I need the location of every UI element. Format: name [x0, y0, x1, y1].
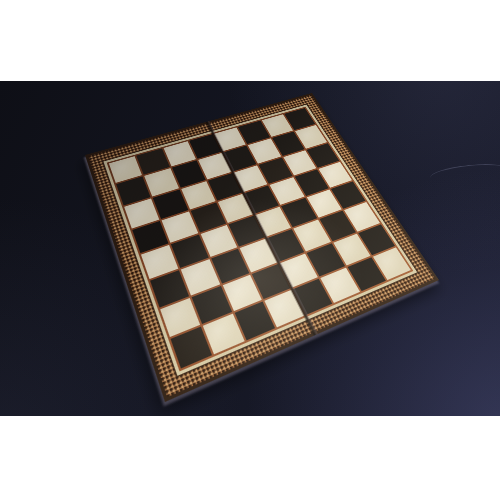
board-perspective-wrapper [85, 93, 439, 402]
photo-of-folding-chessboard [0, 81, 500, 416]
screenshot [0, 0, 500, 500]
board-woven-border [88, 95, 435, 397]
chessboard [85, 93, 439, 402]
board-cream-trim [102, 104, 418, 377]
board-playing-field [107, 107, 414, 372]
backdrop-scratch [429, 161, 500, 186]
board-grid [109, 108, 411, 368]
